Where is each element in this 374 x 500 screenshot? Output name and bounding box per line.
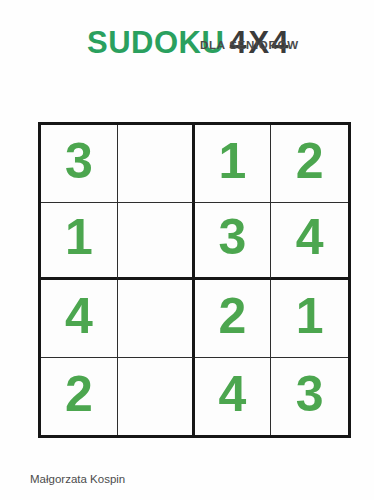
sudoku-cell-given: 1: [41, 203, 118, 281]
sudoku-cell-empty: [118, 125, 195, 203]
sudoku-cell-given: 1: [195, 125, 272, 203]
puzzle-page: SUDOKU4X4 DLA SENIORÓW 312134421243 Małg…: [0, 0, 374, 500]
sudoku-cell-given: 2: [41, 358, 118, 436]
sudoku-cell-given: 2: [271, 125, 348, 203]
sudoku-cell-given: 3: [195, 203, 272, 281]
sudoku-cell-empty: [118, 358, 195, 436]
page-subtitle: DLA SENIORÓW: [200, 39, 299, 51]
sudoku-cell-given: 1: [271, 280, 348, 358]
sudoku-board: 312134421243: [38, 122, 351, 438]
sudoku-cell-given: 2: [195, 280, 272, 358]
sudoku-cell-given: 3: [41, 125, 118, 203]
sudoku-cell-given: 4: [41, 280, 118, 358]
sudoku-cell-given: 4: [195, 358, 272, 436]
sudoku-cell-given: 3: [271, 358, 348, 436]
sudoku-cell-empty: [118, 203, 195, 281]
author-name: Małgorzata Kospin: [30, 473, 125, 485]
sudoku-cell-empty: [118, 280, 195, 358]
sudoku-cell-given: 4: [271, 203, 348, 281]
